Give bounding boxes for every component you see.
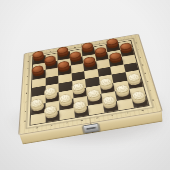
- coordinate-mark: [27, 68, 29, 69]
- checkers-board: [19, 34, 161, 134]
- board-grid: [29, 40, 149, 126]
- square-r7c4[interactable]: [88, 103, 104, 115]
- coordinate-mark: [140, 57, 142, 58]
- coordinate-mark: [149, 90, 151, 91]
- coordinate-mark: [124, 38, 126, 39]
- coordinate-mark: [66, 122, 68, 124]
- square-r7c2[interactable]: [59, 108, 74, 120]
- square-r3c4[interactable]: [84, 69, 98, 79]
- square-r3c5[interactable]: [97, 67, 112, 77]
- coordinate-mark: [81, 120, 83, 122]
- coordinate-mark: [126, 112, 128, 114]
- coordinate-mark: [144, 73, 146, 74]
- coordinate-mark: [135, 42, 137, 43]
- checker-piece-light[interactable]: [103, 101, 117, 111]
- square-r2c6[interactable]: [109, 57, 124, 67]
- square-r3c0[interactable]: [32, 78, 45, 88]
- coordinate-mark: [27, 61, 29, 62]
- product-photo-scene: [0, 0, 170, 170]
- coordinate-mark: [99, 43, 101, 44]
- checker-piece-light[interactable]: [46, 111, 59, 122]
- checker-piece-light[interactable]: [132, 97, 147, 107]
- coordinate-mark: [74, 47, 76, 48]
- coordinate-mark: [96, 117, 98, 119]
- coordinate-mark: [27, 76, 29, 77]
- coordinate-mark: [24, 121, 26, 123]
- square-r7c3[interactable]: [74, 105, 89, 117]
- coordinate-mark: [26, 84, 28, 85]
- square-r3c2[interactable]: [58, 73, 72, 83]
- coordinate-mark: [147, 81, 149, 82]
- square-r7c5[interactable]: [102, 101, 118, 113]
- coordinate-mark: [25, 101, 27, 102]
- coordinate-mark: [111, 115, 113, 117]
- coordinate-mark: [142, 110, 144, 112]
- coordinate-mark: [50, 51, 52, 52]
- coordinate-mark: [36, 127, 38, 129]
- square-r3c7[interactable]: [123, 62, 138, 72]
- coordinate-mark: [137, 49, 139, 50]
- coordinate-mark: [51, 125, 53, 127]
- coordinate-mark: [152, 99, 154, 100]
- checker-piece-light[interactable]: [75, 106, 88, 116]
- square-r7c7[interactable]: [131, 96, 148, 108]
- coordinate-mark: [26, 92, 28, 93]
- coordinate-mark: [25, 111, 27, 112]
- square-r7c1[interactable]: [45, 110, 60, 122]
- clasp-slot: [86, 127, 96, 130]
- square-r3c3[interactable]: [71, 71, 85, 81]
- square-r7c6[interactable]: [117, 98, 134, 110]
- coordinate-mark: [142, 64, 144, 65]
- metal-clasp: [82, 123, 100, 134]
- square-r7c0[interactable]: [31, 113, 46, 125]
